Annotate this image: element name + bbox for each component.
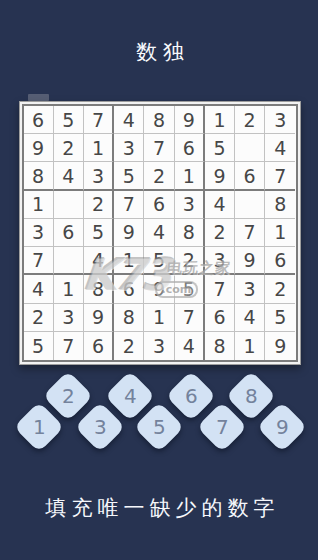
sudoku-cell: 8 <box>205 332 235 360</box>
sudoku-cell: 8 <box>84 275 114 303</box>
sudoku-cell: 3 <box>24 219 54 247</box>
sudoku-cell: 8 <box>265 191 295 219</box>
sudoku-cell: 9 <box>114 219 144 247</box>
sudoku-cell: 8 <box>144 106 174 134</box>
sudoku-cell: 7 <box>84 106 114 134</box>
sudoku-cell: 4 <box>265 134 295 162</box>
sudoku-cell: 6 <box>114 275 144 303</box>
tile-label: 7 <box>215 415 228 439</box>
sudoku-cell: 1 <box>24 191 54 219</box>
sudoku-cell: 2 <box>54 134 84 162</box>
sudoku-cell: 2 <box>114 332 144 360</box>
sudoku-cell: 8 <box>114 304 144 332</box>
tile-label: 2 <box>61 384 74 408</box>
sudoku-cell: 7 <box>24 247 54 275</box>
sudoku-cell: 2 <box>205 219 235 247</box>
sudoku-cell: 1 <box>265 219 295 247</box>
sudoku-cell: 6 <box>24 106 54 134</box>
sudoku-cell: 6 <box>54 219 84 247</box>
sudoku-cell: 5 <box>114 162 144 190</box>
sudoku-cell: 4 <box>205 191 235 219</box>
tile-label: 9 <box>275 415 288 439</box>
tile-label: 6 <box>184 384 197 408</box>
sudoku-cell: 9 <box>84 304 114 332</box>
tile-label: 5 <box>152 415 165 439</box>
sudoku-cell: 3 <box>54 304 84 332</box>
sudoku-cell: 1 <box>175 162 205 190</box>
page-title: 数独 <box>3 38 318 66</box>
sudoku-cell: 7 <box>205 275 235 303</box>
sudoku-cell: 5 <box>54 106 84 134</box>
sudoku-cell: 7 <box>235 219 265 247</box>
sudoku-cell: 3 <box>84 162 114 190</box>
sudoku-cell[interactable] <box>235 134 265 162</box>
app-screen: 数独 6574891239213765484352196712763483659… <box>3 0 318 560</box>
sudoku-cell: 3 <box>265 106 295 134</box>
sudoku-cell: 9 <box>24 134 54 162</box>
sudoku-cell: 6 <box>175 134 205 162</box>
sudoku-cell: 3 <box>175 191 205 219</box>
sudoku-cell: 6 <box>84 332 114 360</box>
tile-label: 1 <box>32 415 45 439</box>
sudoku-cell: 3 <box>205 247 235 275</box>
sudoku-cell: 9 <box>205 162 235 190</box>
sudoku-cell[interactable] <box>235 191 265 219</box>
sudoku-cell: 8 <box>24 162 54 190</box>
sudoku-cell: 2 <box>144 162 174 190</box>
sudoku-cell: 6 <box>265 247 295 275</box>
sudoku-cell: 8 <box>175 219 205 247</box>
sudoku-cell: 2 <box>84 191 114 219</box>
sudoku-cell: 7 <box>265 162 295 190</box>
sudoku-cell: 1 <box>235 332 265 360</box>
sudoku-cell: 5 <box>84 219 114 247</box>
sudoku-cell: 1 <box>54 275 84 303</box>
sudoku-cell: 5 <box>24 332 54 360</box>
sudoku-cell: 7 <box>114 191 144 219</box>
tile-label: 3 <box>93 415 106 439</box>
sudoku-cell: 5 <box>265 304 295 332</box>
sudoku-cell: 7 <box>175 304 205 332</box>
sudoku-cell: 6 <box>144 191 174 219</box>
sudoku-cell: 4 <box>175 332 205 360</box>
sudoku-cell: 6 <box>205 304 235 332</box>
sudoku-cell: 7 <box>54 332 84 360</box>
sudoku-cell: 1 <box>205 106 235 134</box>
sudoku-cell: 4 <box>24 275 54 303</box>
tile-label: 8 <box>244 384 257 408</box>
sudoku-cell: 6 <box>235 162 265 190</box>
artifact-smudge <box>28 94 49 101</box>
number-tile-9[interactable]: 9 <box>256 402 307 453</box>
sudoku-cell: 7 <box>144 134 174 162</box>
sudoku-cell: 1 <box>144 304 174 332</box>
sudoku-cell: 5 <box>175 275 205 303</box>
instruction-text: 填充唯一缺少的数字 <box>3 494 318 522</box>
sudoku-cell: 4 <box>84 247 114 275</box>
sudoku-cell: 4 <box>54 162 84 190</box>
sudoku-cell: 1 <box>84 134 114 162</box>
sudoku-cell: 9 <box>265 332 295 360</box>
sudoku-cell: 5 <box>205 134 235 162</box>
sudoku-board: 6574891239213765484352196712763483659482… <box>19 101 301 365</box>
sudoku-cell: 3 <box>235 275 265 303</box>
sudoku-cell: 4 <box>114 106 144 134</box>
sudoku-cell: 3 <box>114 134 144 162</box>
sudoku-cell: 5 <box>144 247 174 275</box>
sudoku-cell[interactable] <box>54 191 84 219</box>
sudoku-cell: 9 <box>175 106 205 134</box>
sudoku-cell: 1 <box>114 247 144 275</box>
sudoku-cell: 2 <box>24 304 54 332</box>
sudoku-cell: 2 <box>175 247 205 275</box>
sudoku-cell: 2 <box>235 106 265 134</box>
sudoku-cell: 2 <box>265 275 295 303</box>
sudoku-cell: 9 <box>144 275 174 303</box>
sudoku-grid: 6574891239213765484352196712763483659482… <box>22 104 298 362</box>
sudoku-cell: 9 <box>235 247 265 275</box>
sudoku-cell: 4 <box>144 219 174 247</box>
tile-label: 4 <box>123 384 136 408</box>
sudoku-cell: 4 <box>235 304 265 332</box>
sudoku-cell[interactable] <box>54 247 84 275</box>
sudoku-cell: 3 <box>144 332 174 360</box>
